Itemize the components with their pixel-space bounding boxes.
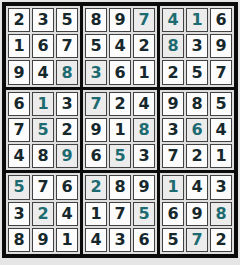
cell-r2c7-highlighted[interactable]: 8 xyxy=(162,34,184,58)
cell-r7c6[interactable]: 9 xyxy=(133,175,155,199)
box-2-3: 985364721 xyxy=(160,90,234,171)
cell-r7c1-highlighted[interactable]: 5 xyxy=(8,175,30,199)
cell-r5c2-highlighted[interactable]: 5 xyxy=(32,118,54,142)
cell-r9c4[interactable]: 4 xyxy=(85,228,107,252)
cell-r2c1[interactable]: 1 xyxy=(8,34,30,58)
cell-r6c6[interactable]: 3 xyxy=(133,144,155,168)
box-1-3: 416839257 xyxy=(160,6,234,87)
cell-r8c3[interactable]: 4 xyxy=(56,202,78,226)
cell-r2c2[interactable]: 6 xyxy=(32,34,54,58)
cell-r6c4[interactable]: 6 xyxy=(85,144,107,168)
cell-r9c5[interactable]: 3 xyxy=(109,228,131,252)
cell-r1c6-highlighted[interactable]: 7 xyxy=(133,8,155,32)
cell-r8c2-highlighted[interactable]: 2 xyxy=(32,202,54,226)
box-2-2: 724918653 xyxy=(83,90,157,171)
cell-r1c5[interactable]: 9 xyxy=(109,8,131,32)
cell-r2c9[interactable]: 9 xyxy=(210,34,232,58)
cell-r9c3[interactable]: 1 xyxy=(56,228,78,252)
cell-r6c5-highlighted[interactable]: 5 xyxy=(109,144,131,168)
cell-r8c4[interactable]: 1 xyxy=(85,202,107,226)
cell-r6c2[interactable]: 8 xyxy=(32,144,54,168)
box-2-1: 613752489 xyxy=(6,90,80,171)
cell-r2c6[interactable]: 2 xyxy=(133,34,155,58)
cell-r8c5[interactable]: 7 xyxy=(109,202,131,226)
cell-r7c4-highlighted[interactable]: 2 xyxy=(85,175,107,199)
cell-r3c2[interactable]: 4 xyxy=(32,60,54,84)
cell-r4c9[interactable]: 5 xyxy=(210,92,232,116)
cell-r9c6[interactable]: 6 xyxy=(133,228,155,252)
cell-r3c7[interactable]: 2 xyxy=(162,60,184,84)
cell-r9c9[interactable]: 2 xyxy=(210,228,232,252)
cell-r4c5[interactable]: 2 xyxy=(109,92,131,116)
cell-r3c8[interactable]: 5 xyxy=(186,60,208,84)
cell-r7c5[interactable]: 8 xyxy=(109,175,131,199)
cell-r7c3[interactable]: 6 xyxy=(56,175,78,199)
cell-r9c7[interactable]: 5 xyxy=(162,228,184,252)
cell-r1c9[interactable]: 6 xyxy=(210,8,232,32)
cell-r6c3-highlighted[interactable]: 9 xyxy=(56,144,78,168)
cell-r1c1[interactable]: 2 xyxy=(8,8,30,32)
cell-r5c3[interactable]: 2 xyxy=(56,118,78,142)
cell-r8c9-highlighted[interactable]: 8 xyxy=(210,202,232,226)
cell-r9c2[interactable]: 9 xyxy=(32,228,54,252)
cell-r2c4[interactable]: 5 xyxy=(85,34,107,58)
cell-r7c8[interactable]: 4 xyxy=(186,175,208,199)
cell-r4c3[interactable]: 3 xyxy=(56,92,78,116)
cell-r8c8[interactable]: 9 xyxy=(186,202,208,226)
box-3-1: 576324891 xyxy=(6,173,80,254)
cell-r2c3[interactable]: 7 xyxy=(56,34,78,58)
cell-r5c9[interactable]: 4 xyxy=(210,118,232,142)
cell-r3c9[interactable]: 7 xyxy=(210,60,232,84)
cell-r6c8[interactable]: 2 xyxy=(186,144,208,168)
cell-r5c8-highlighted[interactable]: 6 xyxy=(186,118,208,142)
cell-r4c2-highlighted[interactable]: 1 xyxy=(32,92,54,116)
cell-r5c7[interactable]: 3 xyxy=(162,118,184,142)
cell-r7c2[interactable]: 7 xyxy=(32,175,54,199)
cell-r1c2[interactable]: 3 xyxy=(32,8,54,32)
cell-r1c3[interactable]: 5 xyxy=(56,8,78,32)
cell-r8c6-highlighted[interactable]: 5 xyxy=(133,202,155,226)
box-1-1: 235167948 xyxy=(6,6,80,87)
cell-r1c4[interactable]: 8 xyxy=(85,8,107,32)
cell-r3c6[interactable]: 1 xyxy=(133,60,155,84)
cell-r4c4-highlighted[interactable]: 7 xyxy=(85,92,107,116)
cell-r9c8-highlighted[interactable]: 7 xyxy=(186,228,208,252)
cell-r6c1[interactable]: 4 xyxy=(8,144,30,168)
cell-r3c5[interactable]: 6 xyxy=(109,60,131,84)
cell-r3c1[interactable]: 9 xyxy=(8,60,30,84)
cell-r5c5[interactable]: 1 xyxy=(109,118,131,142)
cell-r8c7[interactable]: 6 xyxy=(162,202,184,226)
box-1-2: 897542361 xyxy=(83,6,157,87)
cell-r3c4-highlighted[interactable]: 3 xyxy=(85,60,107,84)
box-3-3: 143698572 xyxy=(160,173,234,254)
cell-r5c1[interactable]: 7 xyxy=(8,118,30,142)
sudoku-board: 2351679488975423614168392576137524897249… xyxy=(2,2,238,258)
cell-r4c7[interactable]: 9 xyxy=(162,92,184,116)
cell-r3c3-highlighted[interactable]: 8 xyxy=(56,60,78,84)
cell-r1c8-highlighted[interactable]: 1 xyxy=(186,8,208,32)
cell-r7c9[interactable]: 3 xyxy=(210,175,232,199)
cell-r7c7-highlighted[interactable]: 1 xyxy=(162,175,184,199)
box-3-2: 289175436 xyxy=(83,173,157,254)
cell-r9c1[interactable]: 8 xyxy=(8,228,30,252)
cell-r4c8[interactable]: 8 xyxy=(186,92,208,116)
cell-r4c6[interactable]: 4 xyxy=(133,92,155,116)
cell-r4c1[interactable]: 6 xyxy=(8,92,30,116)
cell-r5c6-highlighted[interactable]: 8 xyxy=(133,118,155,142)
cell-r6c9[interactable]: 1 xyxy=(210,144,232,168)
cell-r1c7-highlighted[interactable]: 4 xyxy=(162,8,184,32)
cell-r2c8[interactable]: 3 xyxy=(186,34,208,58)
cell-r8c1[interactable]: 3 xyxy=(8,202,30,226)
cell-r2c5[interactable]: 4 xyxy=(109,34,131,58)
cell-r6c7[interactable]: 7 xyxy=(162,144,184,168)
cell-r5c4[interactable]: 9 xyxy=(85,118,107,142)
